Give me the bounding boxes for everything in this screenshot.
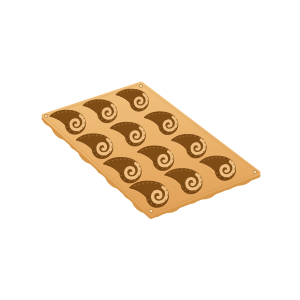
product-photo-stage (0, 0, 300, 300)
hanging-hole (149, 209, 152, 212)
baking-mold-illustration (0, 0, 300, 300)
hanging-hole (253, 170, 256, 173)
hanging-hole (44, 114, 47, 117)
hanging-hole (139, 84, 142, 87)
